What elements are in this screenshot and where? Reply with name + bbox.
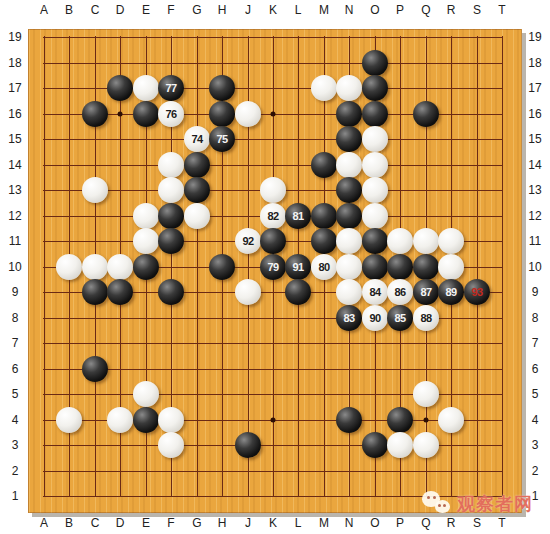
black-stone-G14 [184, 152, 210, 178]
grid-line-horizontal-2 [43, 471, 502, 472]
black-stone-J3 [235, 432, 261, 458]
column-label-bottom-R: R [447, 517, 456, 529]
black-stone-E16 [133, 101, 159, 127]
column-label-bottom-D: D [116, 517, 125, 529]
row-label-left-18: 18 [8, 57, 21, 69]
black-stone-N12 [336, 203, 362, 229]
black-stone-O10 [362, 254, 388, 280]
row-label-left-5: 5 [12, 388, 19, 400]
column-label-top-N: N [345, 4, 354, 16]
white-stone-O15 [362, 126, 388, 152]
black-stone-H16 [209, 101, 235, 127]
black-stone-O16 [362, 101, 388, 127]
move-number-93: 93 [471, 286, 482, 298]
black-stone-C9 [82, 279, 108, 305]
white-stone-Q3 [413, 432, 439, 458]
black-stone-C6 [82, 356, 108, 382]
black-stone-H17 [209, 75, 235, 101]
column-label-top-R: R [447, 4, 456, 16]
row-label-right-14: 14 [528, 159, 541, 171]
column-label-top-M: M [319, 4, 329, 16]
row-label-left-2: 2 [12, 465, 19, 477]
black-stone-N16 [336, 101, 362, 127]
black-stone-Q16 [413, 101, 439, 127]
row-label-right-10: 10 [528, 261, 541, 273]
white-stone-F16: 76 [158, 101, 184, 127]
row-label-left-15: 15 [8, 133, 21, 145]
row-label-left-10: 10 [8, 261, 21, 273]
white-stone-G15: 74 [184, 126, 210, 152]
white-stone-J11: 92 [235, 228, 261, 254]
column-label-top-O: O [370, 4, 379, 16]
white-stone-O13 [362, 177, 388, 203]
row-label-left-19: 19 [8, 31, 21, 43]
row-label-left-3: 3 [12, 439, 19, 451]
row-label-right-12: 12 [528, 210, 541, 222]
black-stone-Q9: 87 [413, 279, 439, 305]
row-label-right-19: 19 [528, 31, 541, 43]
row-label-right-3: 3 [532, 439, 539, 451]
black-stone-N4 [336, 407, 362, 433]
column-label-top-P: P [396, 4, 404, 16]
go-diagram-page: 观察者网 AABBCCDDEEFFGGHHJJKKLLMMNNOOPPQQRRS… [0, 0, 550, 534]
grid-line-horizontal-19 [43, 37, 502, 38]
column-label-bottom-Q: Q [421, 517, 430, 529]
white-stone-D10 [107, 254, 133, 280]
row-label-right-6: 6 [532, 363, 539, 375]
grid-line-vertical-G [197, 36, 198, 496]
black-stone-L12: 81 [285, 203, 311, 229]
column-label-bottom-J: J [245, 517, 251, 529]
white-stone-E5 [133, 381, 159, 407]
star-point-D16 [118, 112, 123, 117]
white-stone-C13 [82, 177, 108, 203]
column-label-bottom-M: M [319, 517, 329, 529]
column-label-bottom-N: N [345, 517, 354, 529]
black-stone-H15: 75 [209, 126, 235, 152]
white-stone-F14 [158, 152, 184, 178]
move-number-80: 80 [318, 261, 329, 273]
white-stone-M17 [311, 75, 337, 101]
white-stone-R4 [438, 407, 464, 433]
column-label-bottom-B: B [65, 517, 73, 529]
black-stone-N8: 83 [336, 305, 362, 331]
column-label-bottom-E: E [142, 517, 150, 529]
star-point-K16 [271, 112, 276, 117]
black-stone-S9: 93 [464, 279, 490, 305]
black-stone-E10 [133, 254, 159, 280]
black-stone-N13 [336, 177, 362, 203]
white-stone-O14 [362, 152, 388, 178]
column-label-top-F: F [167, 4, 174, 16]
column-label-bottom-O: O [370, 517, 379, 529]
grid-line-horizontal-6 [43, 369, 502, 370]
black-stone-P10 [387, 254, 413, 280]
black-stone-L9 [285, 279, 311, 305]
column-label-bottom-H: H [218, 517, 227, 529]
white-stone-G12 [184, 203, 210, 229]
black-stone-C16 [82, 101, 108, 127]
black-stone-F9 [158, 279, 184, 305]
row-label-left-7: 7 [12, 337, 19, 349]
column-label-top-T: T [498, 4, 505, 16]
black-stone-P8: 85 [387, 305, 413, 331]
row-label-left-13: 13 [8, 184, 21, 196]
row-label-left-8: 8 [12, 312, 19, 324]
column-label-bottom-T: T [498, 517, 505, 529]
move-number-88: 88 [420, 312, 431, 324]
move-number-90: 90 [369, 312, 380, 324]
move-number-79: 79 [267, 261, 278, 273]
row-label-right-8: 8 [532, 312, 539, 324]
star-point-Q4 [424, 418, 429, 423]
black-stone-O17 [362, 75, 388, 101]
row-label-right-13: 13 [528, 184, 541, 196]
white-stone-N9 [336, 279, 362, 305]
column-label-top-L: L [295, 4, 302, 16]
row-label-right-7: 7 [532, 337, 539, 349]
row-label-left-11: 11 [9, 235, 21, 247]
row-label-left-4: 4 [12, 414, 19, 426]
column-label-bottom-G: G [192, 517, 201, 529]
black-stone-F11 [158, 228, 184, 254]
column-label-top-G: G [192, 4, 201, 16]
move-number-77: 77 [165, 82, 176, 94]
black-stone-H10 [209, 254, 235, 280]
row-label-right-11: 11 [529, 235, 541, 247]
black-stone-Q10 [413, 254, 439, 280]
white-stone-N11 [336, 228, 362, 254]
black-stone-M11 [311, 228, 337, 254]
row-label-left-1: 1 [12, 490, 19, 502]
white-stone-P11 [387, 228, 413, 254]
grid-line-vertical-S [477, 36, 478, 496]
black-stone-O18 [362, 50, 388, 76]
black-stone-D17 [107, 75, 133, 101]
move-number-89: 89 [445, 286, 456, 298]
white-stone-O9: 84 [362, 279, 388, 305]
white-stone-F4 [158, 407, 184, 433]
white-stone-C10 [82, 254, 108, 280]
grid-line-vertical-A [44, 36, 45, 496]
grid-line-horizontal-18 [43, 63, 502, 64]
black-stone-R9: 89 [438, 279, 464, 305]
move-number-87: 87 [420, 286, 431, 298]
row-label-right-17: 17 [528, 82, 541, 94]
white-stone-N14 [336, 152, 362, 178]
white-stone-P9: 86 [387, 279, 413, 305]
grid-line-horizontal-7 [43, 343, 502, 344]
white-stone-N10 [336, 254, 362, 280]
white-stone-F13 [158, 177, 184, 203]
black-stone-P4 [387, 407, 413, 433]
grid-line-horizontal-15 [43, 139, 502, 140]
white-stone-E17 [133, 75, 159, 101]
row-label-left-14: 14 [8, 159, 21, 171]
white-stone-M10: 80 [311, 254, 337, 280]
white-stone-B4 [56, 407, 82, 433]
white-stone-J9 [235, 279, 261, 305]
black-stone-L10: 91 [285, 254, 311, 280]
move-number-84: 84 [369, 286, 380, 298]
black-stone-K10: 79 [260, 254, 286, 280]
column-label-top-E: E [142, 4, 150, 16]
white-stone-Q11 [413, 228, 439, 254]
column-label-top-C: C [91, 4, 100, 16]
column-label-bottom-C: C [91, 517, 100, 529]
row-label-left-12: 12 [8, 210, 21, 222]
move-number-74: 74 [191, 133, 202, 145]
white-stone-R11 [438, 228, 464, 254]
black-stone-O3 [362, 432, 388, 458]
move-number-81: 81 [292, 210, 303, 222]
move-number-91: 91 [292, 261, 303, 273]
move-number-85: 85 [394, 312, 405, 324]
row-label-right-5: 5 [532, 388, 539, 400]
column-label-top-B: B [65, 4, 73, 16]
column-label-top-J: J [245, 4, 251, 16]
column-label-bottom-S: S [473, 517, 481, 529]
move-number-83: 83 [343, 312, 354, 324]
source-watermark: 观察者网 [419, 490, 533, 518]
white-stone-E11 [133, 228, 159, 254]
column-label-top-A: A [40, 4, 48, 16]
black-stone-O11 [362, 228, 388, 254]
black-stone-F12 [158, 203, 184, 229]
row-label-right-16: 16 [528, 108, 541, 120]
white-stone-E12 [133, 203, 159, 229]
black-stone-N15 [336, 126, 362, 152]
white-stone-R10 [438, 254, 464, 280]
move-number-82: 82 [267, 210, 278, 222]
black-stone-M12 [311, 203, 337, 229]
grid-line-vertical-T [502, 36, 503, 496]
column-label-bottom-A: A [40, 517, 48, 529]
column-label-top-D: D [116, 4, 125, 16]
row-label-left-9: 9 [12, 286, 19, 298]
white-stone-B10 [56, 254, 82, 280]
white-stone-D4 [107, 407, 133, 433]
wechat-bubble-small [435, 500, 450, 513]
white-stone-K13 [260, 177, 286, 203]
row-label-right-4: 4 [532, 414, 539, 426]
column-label-bottom-K: K [269, 517, 277, 529]
white-stone-N17 [336, 75, 362, 101]
black-stone-F17: 77 [158, 75, 184, 101]
wechat-icon [419, 490, 457, 518]
white-stone-Q5 [413, 381, 439, 407]
black-stone-D9 [107, 279, 133, 305]
black-stone-K11 [260, 228, 286, 254]
move-number-75: 75 [216, 133, 227, 145]
move-number-86: 86 [394, 286, 405, 298]
column-label-top-K: K [269, 4, 277, 16]
watermark-text: 观察者网 [457, 492, 533, 516]
white-stone-O8: 90 [362, 305, 388, 331]
move-number-76: 76 [165, 108, 176, 120]
column-label-bottom-P: P [396, 517, 404, 529]
row-label-right-18: 18 [528, 57, 541, 69]
row-label-left-17: 17 [8, 82, 21, 94]
white-stone-F3 [158, 432, 184, 458]
row-label-left-6: 6 [12, 363, 19, 375]
column-label-bottom-L: L [295, 517, 302, 529]
row-label-right-15: 15 [528, 133, 541, 145]
column-label-top-S: S [473, 4, 481, 16]
black-stone-E4 [133, 407, 159, 433]
white-stone-J16 [235, 101, 261, 127]
column-label-bottom-F: F [167, 517, 174, 529]
move-number-92: 92 [242, 235, 253, 247]
white-stone-Q8: 88 [413, 305, 439, 331]
black-stone-M14 [311, 152, 337, 178]
white-stone-K12: 82 [260, 203, 286, 229]
column-label-top-Q: Q [421, 4, 430, 16]
row-label-right-2: 2 [532, 465, 539, 477]
white-stone-P3 [387, 432, 413, 458]
row-label-right-9: 9 [532, 286, 539, 298]
white-stone-O12 [362, 203, 388, 229]
column-label-top-H: H [218, 4, 227, 16]
grid-line-horizontal-14 [43, 165, 502, 166]
row-label-left-16: 16 [8, 108, 21, 120]
star-point-K4 [271, 418, 276, 423]
black-stone-G13 [184, 177, 210, 203]
